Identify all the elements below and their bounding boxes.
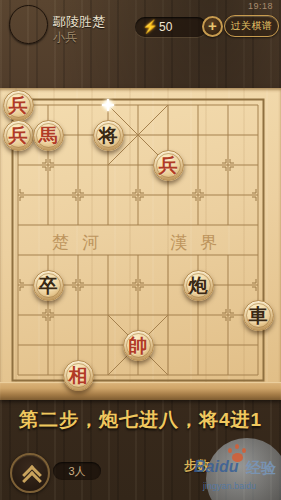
piece-red[interactable]: 馬 [33, 120, 64, 151]
piece-black[interactable]: 車 [243, 300, 274, 331]
watermark-url: jingyan.baidu [203, 481, 256, 491]
watermark-suffix: 经验 [246, 459, 276, 478]
player-avatar[interactable] [9, 5, 48, 44]
piece-glyph: 炮 [184, 271, 213, 300]
lightning-icon: ⚡ [142, 19, 158, 34]
energy-meter: ⚡ 50 [135, 17, 207, 37]
piece-glyph: 相 [64, 361, 93, 390]
move-hint-text: 第二步，炮七进八，将4进1 [0, 407, 281, 433]
status-time: 19:18 [248, 1, 273, 11]
piece-black[interactable]: 将 [93, 120, 124, 151]
watermark-circle [206, 438, 281, 500]
piece-red[interactable]: 兵 [3, 90, 34, 121]
board-frame-bottom [0, 382, 281, 400]
piece-black[interactable]: 炮 [183, 270, 214, 301]
collapse-panel-button[interactable] [10, 453, 50, 493]
app-screen: 19:18 鄢陵胜楚 小兵 ⚡ 50 + 过关棋谱 楚河 漢界 兵兵馬将兵卒炮車… [0, 0, 281, 500]
energy-value: 50 [159, 20, 172, 34]
piece-red[interactable]: 兵 [3, 120, 34, 151]
piece-black[interactable]: 卒 [33, 270, 64, 301]
piece-glyph: 兵 [154, 151, 183, 180]
piece-glyph: 将 [94, 121, 123, 150]
piece-glyph: 帥 [124, 331, 153, 360]
viewers-count-badge: 3人 [53, 462, 101, 480]
piece-red[interactable]: 相 [63, 360, 94, 391]
baidu-paw-icon [227, 444, 247, 462]
xiangqi-board[interactable]: 楚河 漢界 兵兵馬将兵卒炮車帥相 [0, 88, 281, 400]
piece-red[interactable]: 兵 [153, 150, 184, 181]
river-label-han: 漢界 [170, 231, 230, 254]
last-move-sparkle-icon [100, 97, 116, 113]
piece-glyph: 馬 [34, 121, 63, 150]
piece-glyph: 兵 [4, 121, 33, 150]
player-rank: 小兵 [53, 29, 77, 46]
piece-glyph: 車 [244, 301, 273, 330]
piece-red[interactable]: 帥 [123, 330, 154, 361]
river-label-chu: 楚河 [52, 231, 112, 254]
puzzle-book-button[interactable]: 过关棋谱 [224, 15, 279, 37]
steps-label: 步数 [184, 457, 210, 475]
add-energy-button[interactable]: + [202, 16, 223, 37]
piece-glyph: 卒 [34, 271, 63, 300]
piece-glyph: 兵 [4, 91, 33, 120]
